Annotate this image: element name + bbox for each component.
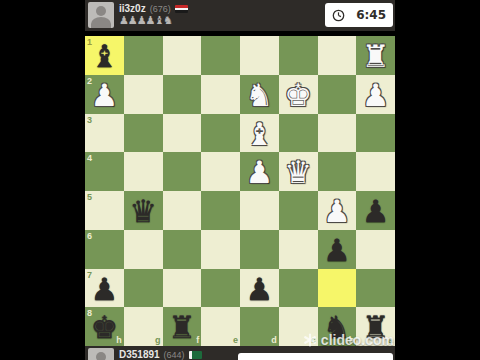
square-g7[interactable]	[124, 269, 163, 308]
file-label-e: e	[233, 335, 238, 345]
square-c4[interactable]: ♛	[279, 152, 318, 191]
watermark-text: clideo.com	[321, 332, 394, 348]
square-d1[interactable]	[240, 36, 279, 75]
top-player-avatar[interactable]	[88, 2, 114, 28]
piece-black-rook[interactable]: ♜	[163, 307, 202, 346]
square-a2[interactable]: ♟	[356, 75, 395, 114]
top-player-name[interactable]: ii3z0z	[119, 3, 146, 14]
file-label-h: h	[116, 335, 122, 345]
square-e6[interactable]	[201, 230, 240, 269]
rank-label-4: 4	[87, 153, 92, 163]
piece-black-pawn[interactable]: ♟	[240, 269, 279, 308]
top-player-clock: 6:45	[325, 3, 393, 27]
file-label-g: g	[155, 335, 161, 345]
piece-white-pawn[interactable]: ♟	[240, 152, 279, 191]
square-c6[interactable]	[279, 230, 318, 269]
piece-white-pawn[interactable]: ♟	[318, 191, 357, 230]
avatar-silhouette-body	[91, 17, 111, 28]
square-d3[interactable]: ♝	[240, 114, 279, 153]
top-player-captured-pieces: ♟♟♟♟♝♞	[119, 14, 172, 27]
square-e4[interactable]	[201, 152, 240, 191]
rank-label-5: 5	[87, 192, 92, 202]
piece-white-king[interactable]: ♚	[279, 75, 318, 114]
piece-white-pawn[interactable]: ♟	[356, 75, 395, 114]
rank-label-2: 2	[87, 76, 92, 86]
square-f1[interactable]	[163, 36, 202, 75]
square-e8[interactable]: e	[201, 307, 240, 346]
square-g8[interactable]: g	[124, 307, 163, 346]
square-f7[interactable]	[163, 269, 202, 308]
square-d7[interactable]: ♟	[240, 269, 279, 308]
square-b6[interactable]: ♟	[318, 230, 357, 269]
square-c7[interactable]	[279, 269, 318, 308]
square-f6[interactable]	[163, 230, 202, 269]
square-a1[interactable]: ♜	[356, 36, 395, 75]
bottom-player-clock	[238, 353, 393, 360]
bottom-player-rating: (644)	[164, 350, 185, 360]
square-d8[interactable]: d	[240, 307, 279, 346]
square-a7[interactable]	[356, 269, 395, 308]
square-g5[interactable]: ♛	[124, 191, 163, 230]
square-b1[interactable]	[318, 36, 357, 75]
square-g3[interactable]	[124, 114, 163, 153]
file-label-d: d	[271, 335, 277, 345]
clock-icon	[332, 9, 345, 22]
square-f8[interactable]: f♜	[163, 307, 202, 346]
top-player-flag-icon	[175, 5, 188, 13]
square-f4[interactable]	[163, 152, 202, 191]
clideo-logo-icon	[303, 333, 317, 347]
bottom-player-name[interactable]: D351891	[119, 349, 160, 360]
square-h8[interactable]: 8h♚	[85, 307, 124, 346]
square-h4[interactable]: 4	[85, 152, 124, 191]
avatar-silhouette-head	[96, 6, 106, 16]
square-h6[interactable]: 6	[85, 230, 124, 269]
rank-label-8: 8	[87, 308, 92, 318]
square-b4[interactable]	[318, 152, 357, 191]
bottom-player-bar: D351891 (644)	[85, 346, 395, 360]
top-player-bar: ii3z0z (676) ♟♟♟♟♝♞ 6:45	[85, 0, 395, 31]
piece-black-king[interactable]: ♚	[85, 307, 124, 346]
square-g2[interactable]	[124, 75, 163, 114]
square-a3[interactable]	[356, 114, 395, 153]
square-c5[interactable]	[279, 191, 318, 230]
square-d4[interactable]: ♟	[240, 152, 279, 191]
square-c1[interactable]	[279, 36, 318, 75]
piece-black-bishop[interactable]: ♝	[85, 36, 124, 75]
chess-app-content: ii3z0z (676) ♟♟♟♟♝♞ 6:45 1♝♜2♟♞♚♟3♝4♟♛5♛…	[85, 0, 395, 360]
piece-black-queen[interactable]: ♛	[124, 191, 163, 230]
square-g1[interactable]	[124, 36, 163, 75]
bottom-player-avatar[interactable]	[88, 348, 114, 360]
piece-black-pawn[interactable]: ♟	[356, 191, 395, 230]
square-e1[interactable]	[201, 36, 240, 75]
square-g4[interactable]	[124, 152, 163, 191]
piece-white-queen[interactable]: ♛	[279, 152, 318, 191]
rank-label-3: 3	[87, 115, 92, 125]
chess-board: 1♝♜2♟♞♚♟3♝4♟♛5♛♟♟6♟7♟♟8h♚gf♜edcb♞a♜	[85, 36, 395, 346]
square-e2[interactable]	[201, 75, 240, 114]
piece-white-bishop[interactable]: ♝	[240, 114, 279, 153]
square-d2[interactable]: ♞	[240, 75, 279, 114]
file-label-f: f	[196, 335, 199, 345]
avatar-silhouette-head	[96, 352, 106, 360]
square-f5[interactable]	[163, 191, 202, 230]
piece-white-rook[interactable]: ♜	[356, 36, 395, 75]
square-h7[interactable]: 7♟	[85, 269, 124, 308]
piece-white-pawn[interactable]: ♟	[85, 75, 124, 114]
square-b2[interactable]	[318, 75, 357, 114]
video-frame: ii3z0z (676) ♟♟♟♟♝♞ 6:45 1♝♜2♟♞♚♟3♝4♟♛5♛…	[0, 0, 480, 360]
watermark: clideo.com	[303, 332, 394, 348]
square-d5[interactable]	[240, 191, 279, 230]
square-b3[interactable]	[318, 114, 357, 153]
rank-label-1: 1	[87, 37, 92, 47]
square-h5[interactable]: 5	[85, 191, 124, 230]
piece-black-pawn[interactable]: ♟	[318, 230, 357, 269]
square-a4[interactable]	[356, 152, 395, 191]
square-b7[interactable]	[318, 269, 357, 308]
square-a5[interactable]: ♟	[356, 191, 395, 230]
square-c2[interactable]: ♚	[279, 75, 318, 114]
top-player-time: 6:45	[345, 8, 393, 22]
square-e7[interactable]	[201, 269, 240, 308]
square-e3[interactable]	[201, 114, 240, 153]
square-c3[interactable]	[279, 114, 318, 153]
square-h1[interactable]: 1♝	[85, 36, 124, 75]
square-f3[interactable]	[163, 114, 202, 153]
bottom-player-flag-icon	[189, 351, 202, 359]
square-b5[interactable]: ♟	[318, 191, 357, 230]
square-h3[interactable]: 3	[85, 114, 124, 153]
piece-white-knight[interactable]: ♞	[240, 75, 279, 114]
top-player-rating: (676)	[150, 4, 171, 14]
square-e5[interactable]	[201, 191, 240, 230]
square-h2[interactable]: 2♟	[85, 75, 124, 114]
square-g6[interactable]	[124, 230, 163, 269]
square-d6[interactable]	[240, 230, 279, 269]
piece-black-pawn[interactable]: ♟	[85, 269, 124, 308]
square-a6[interactable]	[356, 230, 395, 269]
rank-label-7: 7	[87, 270, 92, 280]
rank-label-6: 6	[87, 231, 92, 241]
square-f2[interactable]	[163, 75, 202, 114]
